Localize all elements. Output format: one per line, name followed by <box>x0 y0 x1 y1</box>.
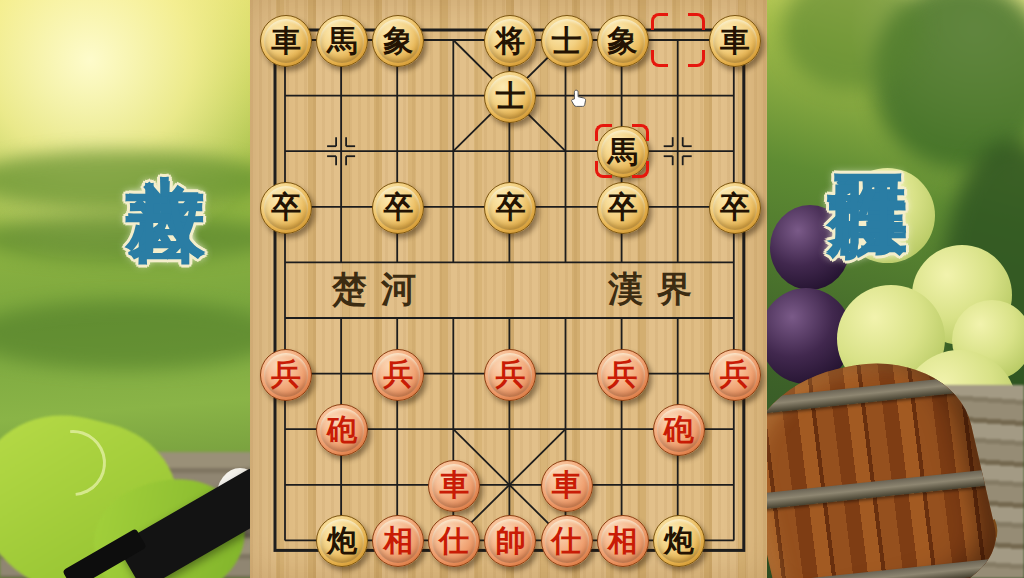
piece-red-soldier[interactable]: 兵 <box>484 349 536 401</box>
piece-red-soldier[interactable]: 兵 <box>709 349 761 401</box>
barrel-hoop <box>752 468 1005 511</box>
piece-black-elephant[interactable]: 象 <box>372 15 424 67</box>
piece-black-horse[interactable]: 馬 <box>597 126 649 178</box>
vineyard-row <box>0 150 252 210</box>
piece-black-elephant[interactable]: 象 <box>597 15 649 67</box>
piece-red-chariot[interactable]: 車 <box>541 460 593 512</box>
piece-black-chariot[interactable]: 車 <box>709 15 761 67</box>
background-left-vineyard <box>0 0 252 578</box>
piece-red-soldier[interactable]: 兵 <box>260 349 312 401</box>
piece-black-cannon[interactable]: 炮 <box>653 515 705 567</box>
piece-black-soldier[interactable]: 卒 <box>260 182 312 234</box>
right-caption-text: 旗开得胜 <box>822 110 914 118</box>
piece-black-soldier[interactable]: 卒 <box>372 182 424 234</box>
green-grape <box>840 168 935 263</box>
vineyard-row <box>0 300 252 370</box>
piece-black-chariot[interactable]: 車 <box>260 15 312 67</box>
piece-black-soldier[interactable]: 卒 <box>597 182 649 234</box>
purple-grape <box>770 205 850 290</box>
piece-red-elephant[interactable]: 相 <box>597 515 649 567</box>
piece-red-soldier[interactable]: 兵 <box>372 349 424 401</box>
vineyard-row <box>0 215 252 261</box>
screenshot-root: 古普大叔 旗开得胜 楚河 漢界 車馬象将士象車士馬卒卒卒卒卒兵兵兵兵兵砲砲車車炮… <box>0 0 1024 578</box>
piece-red-cannon[interactable]: 砲 <box>653 404 705 456</box>
piece-red-advisor[interactable]: 仕 <box>541 515 593 567</box>
piece-black-soldier[interactable]: 卒 <box>484 182 536 234</box>
river-label-chu-he: 楚河 <box>332 266 430 313</box>
piece-red-cannon[interactable]: 砲 <box>316 404 368 456</box>
piece-red-soldier[interactable]: 兵 <box>597 349 649 401</box>
barrel-hoop <box>765 556 1006 578</box>
piece-black-general[interactable]: 将 <box>484 15 536 67</box>
piece-black-advisor[interactable]: 士 <box>541 15 593 67</box>
background-right-grapes-barrel <box>752 0 1024 578</box>
xiangqi-board[interactable]: 楚河 漢界 車馬象将士象車士馬卒卒卒卒卒兵兵兵兵兵砲砲車車炮相仕帥仕相炮 <box>250 0 767 578</box>
piece-red-chariot[interactable]: 車 <box>428 460 480 512</box>
piece-black-horse[interactable]: 馬 <box>316 15 368 67</box>
piece-black-soldier[interactable]: 卒 <box>709 182 761 234</box>
piece-black-advisor[interactable]: 士 <box>484 71 536 123</box>
river-label-han-jie: 漢界 <box>608 266 706 313</box>
left-caption-text: 古普大叔 <box>120 110 212 118</box>
